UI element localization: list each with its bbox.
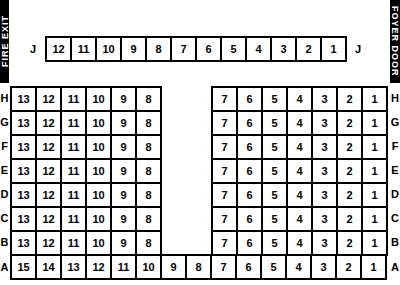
row-label-B-right: B	[390, 230, 400, 254]
seat-D2[interactable]: 2	[338, 184, 361, 206]
seat-A5[interactable]: 5	[262, 256, 285, 278]
seat-J11[interactable]: 11	[72, 38, 95, 60]
seat-H7[interactable]: 7	[213, 88, 236, 110]
seat-C1[interactable]: 1	[363, 208, 386, 230]
seat-C13[interactable]: 13	[12, 208, 35, 230]
row-label-H-right: H	[390, 86, 400, 110]
seat-D13[interactable]: 13	[12, 184, 35, 206]
seat-F4[interactable]: 4	[288, 136, 311, 158]
seat-H1[interactable]: 1	[363, 88, 386, 110]
left-seat-block: 1312111098131211109813121110981312111098…	[10, 86, 162, 256]
row-label-C-right: C	[390, 206, 400, 230]
seat-B6[interactable]: 6	[238, 232, 261, 254]
seat-J10[interactable]: 10	[97, 38, 120, 60]
seat-A9[interactable]: 9	[162, 256, 185, 278]
seat-C7[interactable]: 7	[213, 208, 236, 230]
seat-A10[interactable]: 10	[137, 256, 160, 278]
seat-F1[interactable]: 1	[363, 136, 386, 158]
seat-G9[interactable]: 9	[112, 112, 135, 134]
seat-G3[interactable]: 3	[313, 112, 336, 134]
seat-G4[interactable]: 4	[288, 112, 311, 134]
seat-J7[interactable]: 7	[172, 38, 195, 60]
seat-E7[interactable]: 7	[213, 160, 236, 182]
seat-A3[interactable]: 3	[312, 256, 335, 278]
seat-B9[interactable]: 9	[112, 232, 135, 254]
seat-E13[interactable]: 13	[12, 160, 35, 182]
seat-H3[interactable]: 3	[313, 88, 336, 110]
seat-A4[interactable]: 4	[287, 256, 310, 278]
row-label-D-right: D	[390, 182, 400, 206]
seat-C5[interactable]: 5	[263, 208, 286, 230]
seat-H13[interactable]: 13	[12, 88, 35, 110]
seat-E4[interactable]: 4	[288, 160, 311, 182]
seat-D9[interactable]: 9	[112, 184, 135, 206]
seat-E2[interactable]: 2	[338, 160, 361, 182]
seat-C2[interactable]: 2	[338, 208, 361, 230]
seat-A7[interactable]: 7	[212, 256, 235, 278]
seat-B1[interactable]: 1	[363, 232, 386, 254]
seat-F7[interactable]: 7	[213, 136, 236, 158]
row-j-label-right: J	[349, 36, 367, 62]
seat-F8[interactable]: 8	[137, 136, 160, 158]
row-label-A-right: A	[390, 254, 400, 280]
seat-H5[interactable]: 5	[263, 88, 286, 110]
seat-D11[interactable]: 11	[62, 184, 85, 206]
seat-H9[interactable]: 9	[112, 88, 135, 110]
seat-D1[interactable]: 1	[363, 184, 386, 206]
row-label-E-right: E	[390, 158, 400, 182]
seat-F13[interactable]: 13	[12, 136, 35, 158]
seat-H12[interactable]: 12	[37, 88, 60, 110]
row-label-C-left: C	[0, 206, 9, 230]
seat-D10[interactable]: 10	[87, 184, 110, 206]
seat-A13[interactable]: 13	[62, 256, 85, 278]
seat-F9[interactable]: 9	[112, 136, 135, 158]
seat-E9[interactable]: 9	[112, 160, 135, 182]
seat-H11[interactable]: 11	[62, 88, 85, 110]
seat-F11[interactable]: 11	[62, 136, 85, 158]
seat-G8[interactable]: 8	[137, 112, 160, 134]
seat-H4[interactable]: 4	[288, 88, 311, 110]
seat-A8[interactable]: 8	[187, 256, 210, 278]
seat-C10[interactable]: 10	[87, 208, 110, 230]
fire-exit-label: FIRE EXIT	[0, 15, 9, 67]
row-j-label-left: J	[24, 36, 42, 62]
fire-exit-bar: FIRE EXIT	[0, 0, 9, 83]
seat-C6[interactable]: 6	[238, 208, 261, 230]
seat-D8[interactable]: 8	[137, 184, 160, 206]
right-seat-block: 7654321765432176543217654321765432176543…	[211, 86, 388, 256]
seat-E1[interactable]: 1	[363, 160, 386, 182]
seat-J8[interactable]: 8	[147, 38, 170, 60]
seat-G7[interactable]: 7	[213, 112, 236, 134]
seat-J9[interactable]: 9	[122, 38, 145, 60]
row-labels-right: HGFEDCBA	[390, 86, 400, 280]
seat-E10[interactable]: 10	[87, 160, 110, 182]
row-labels-left: HGFEDCBA	[0, 86, 9, 280]
seat-G11[interactable]: 11	[62, 112, 85, 134]
row-label-A-left: A	[0, 254, 9, 280]
seat-G6[interactable]: 6	[238, 112, 261, 134]
seat-B2[interactable]: 2	[338, 232, 361, 254]
seat-J1[interactable]: 1	[322, 38, 345, 60]
seat-F6[interactable]: 6	[238, 136, 261, 158]
seat-B4[interactable]: 4	[288, 232, 311, 254]
seat-F10[interactable]: 10	[87, 136, 110, 158]
row-j-seats: 121110987654321	[45, 36, 347, 62]
seat-C3[interactable]: 3	[313, 208, 336, 230]
seat-J6[interactable]: 6	[197, 38, 220, 60]
seat-A12[interactable]: 12	[87, 256, 110, 278]
seat-F5[interactable]: 5	[263, 136, 286, 158]
seat-G1[interactable]: 1	[363, 112, 386, 134]
seat-F12[interactable]: 12	[37, 136, 60, 158]
seat-G10[interactable]: 10	[87, 112, 110, 134]
seat-H10[interactable]: 10	[87, 88, 110, 110]
seat-D4[interactable]: 4	[288, 184, 311, 206]
row-label-E-left: E	[0, 158, 9, 182]
seat-H6[interactable]: 6	[238, 88, 261, 110]
row-label-B-left: B	[0, 230, 9, 254]
seat-D6[interactable]: 6	[238, 184, 261, 206]
seat-G13[interactable]: 13	[12, 112, 35, 134]
foyer-door-label: FOYER DOOR	[390, 6, 400, 77]
foyer-door-bar: FOYER DOOR	[390, 0, 400, 83]
seat-J12[interactable]: 12	[47, 38, 70, 60]
seat-B5[interactable]: 5	[263, 232, 286, 254]
seat-H2[interactable]: 2	[338, 88, 361, 110]
seat-A1[interactable]: 1	[362, 256, 385, 278]
seat-C8[interactable]: 8	[137, 208, 160, 230]
seat-D5[interactable]: 5	[263, 184, 286, 206]
seat-J2[interactable]: 2	[297, 38, 320, 60]
seating-plan: FIRE EXIT FOYER DOOR J 121110987654321 J…	[0, 0, 400, 285]
seat-F3[interactable]: 3	[313, 136, 336, 158]
seat-C4[interactable]: 4	[288, 208, 311, 230]
seat-D7[interactable]: 7	[213, 184, 236, 206]
seat-A11[interactable]: 11	[112, 256, 135, 278]
seat-A6[interactable]: 6	[237, 256, 260, 278]
row-label-G-left: G	[0, 110, 9, 134]
seat-G2[interactable]: 2	[338, 112, 361, 134]
seat-B12[interactable]: 12	[37, 232, 60, 254]
seat-J3[interactable]: 3	[272, 38, 295, 60]
seat-B11[interactable]: 11	[62, 232, 85, 254]
seat-A2[interactable]: 2	[337, 256, 360, 278]
seat-A14[interactable]: 14	[37, 256, 60, 278]
row-label-G-right: G	[390, 110, 400, 134]
row-label-F-right: F	[390, 134, 400, 158]
seat-B10[interactable]: 10	[87, 232, 110, 254]
seat-D12[interactable]: 12	[37, 184, 60, 206]
seat-F2[interactable]: 2	[338, 136, 361, 158]
seat-J4[interactable]: 4	[247, 38, 270, 60]
seat-E8[interactable]: 8	[137, 160, 160, 182]
seat-E5[interactable]: 5	[263, 160, 286, 182]
seat-B13[interactable]: 13	[12, 232, 35, 254]
seat-A15[interactable]: 15	[12, 256, 35, 278]
seat-E11[interactable]: 11	[62, 160, 85, 182]
seat-J5[interactable]: 5	[222, 38, 245, 60]
seat-H8[interactable]: 8	[137, 88, 160, 110]
row-a-seats: 151413121110987654321	[10, 254, 387, 280]
seat-C9[interactable]: 9	[112, 208, 135, 230]
seat-B7[interactable]: 7	[213, 232, 236, 254]
seat-E12[interactable]: 12	[37, 160, 60, 182]
row-label-H-left: H	[0, 86, 9, 110]
row-label-F-left: F	[0, 134, 9, 158]
seat-B8[interactable]: 8	[137, 232, 160, 254]
seat-D3[interactable]: 3	[313, 184, 336, 206]
seat-G12[interactable]: 12	[37, 112, 60, 134]
seat-E6[interactable]: 6	[238, 160, 261, 182]
seat-B3[interactable]: 3	[313, 232, 336, 254]
seat-E3[interactable]: 3	[313, 160, 336, 182]
seat-G5[interactable]: 5	[263, 112, 286, 134]
row-label-D-left: D	[0, 182, 9, 206]
seat-C11[interactable]: 11	[62, 208, 85, 230]
seat-C12[interactable]: 12	[37, 208, 60, 230]
